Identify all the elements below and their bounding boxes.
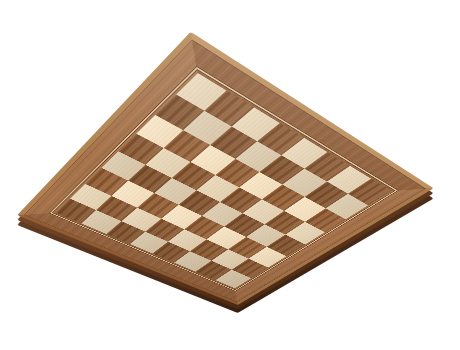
product-photo-scene <box>0 0 460 350</box>
chess-board <box>17 32 434 305</box>
